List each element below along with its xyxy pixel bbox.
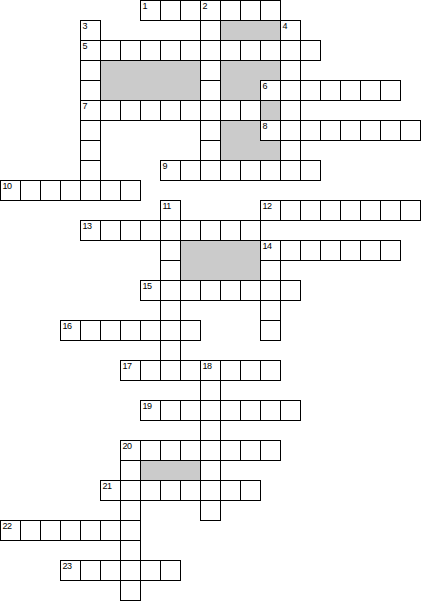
grid-cell[interactable] <box>160 260 181 281</box>
grid-cell[interactable] <box>140 360 161 381</box>
grid-cell[interactable] <box>380 240 401 261</box>
grid-cell[interactable] <box>380 120 401 141</box>
grid-cell[interactable] <box>320 200 341 221</box>
grid-cell[interactable] <box>220 40 241 61</box>
grid-cell[interactable] <box>120 500 141 521</box>
grid-cell[interactable] <box>180 440 201 461</box>
grid-cell[interactable] <box>340 200 361 221</box>
grid-cell[interactable] <box>120 580 141 601</box>
grid-cell[interactable] <box>280 200 301 221</box>
grid-cell[interactable] <box>320 80 341 101</box>
grid-cell[interactable] <box>240 400 261 421</box>
grid-cell[interactable] <box>360 200 381 221</box>
grid-cell[interactable] <box>260 0 281 21</box>
grid-cell[interactable] <box>140 320 161 341</box>
grid-cell[interactable] <box>60 560 81 581</box>
grid-cell[interactable] <box>180 280 201 301</box>
grid-cell[interactable] <box>80 180 101 201</box>
grid-cell[interactable] <box>140 280 161 301</box>
grid-cell[interactable] <box>260 160 281 181</box>
grid-cell[interactable] <box>20 520 41 541</box>
grid-cell[interactable] <box>100 480 121 501</box>
grid-cell[interactable] <box>200 440 221 461</box>
grid-cell[interactable] <box>300 240 321 261</box>
grid-cell[interactable] <box>280 160 301 181</box>
grid-cell[interactable] <box>280 40 301 61</box>
grid-cell[interactable] <box>40 180 61 201</box>
grid-cell[interactable] <box>300 80 321 101</box>
grid-cell[interactable] <box>60 520 81 541</box>
grid-cell[interactable] <box>220 160 241 181</box>
grid-cell[interactable] <box>240 360 261 381</box>
grid-cell[interactable] <box>280 140 301 161</box>
grid-cell[interactable] <box>260 360 281 381</box>
grid-cell[interactable] <box>360 240 381 261</box>
grid-cell[interactable] <box>260 320 281 341</box>
grid-cell[interactable] <box>120 40 141 61</box>
grid-cell[interactable] <box>280 120 301 141</box>
grid-cell[interactable] <box>100 100 121 121</box>
grid-cell[interactable] <box>160 400 181 421</box>
grid-cell[interactable] <box>160 100 181 121</box>
grid-cell[interactable] <box>120 100 141 121</box>
grid-cell[interactable] <box>140 220 161 241</box>
grid-cell[interactable] <box>260 280 281 301</box>
grid-cell[interactable] <box>80 560 101 581</box>
grid-cell[interactable] <box>200 140 221 161</box>
grid-cell[interactable] <box>220 480 241 501</box>
grid-cell[interactable] <box>200 60 221 81</box>
grid-cell[interactable] <box>180 0 201 21</box>
grid-cell[interactable] <box>400 200 421 221</box>
crossword-board: 1234567891011121314151617181920212223 <box>0 0 421 601</box>
grid-cell[interactable] <box>240 40 261 61</box>
grid-cell[interactable] <box>160 240 181 261</box>
grid-cell[interactable] <box>220 0 241 21</box>
grid-cell[interactable] <box>200 360 221 381</box>
picture-clue-placeholder <box>140 460 201 481</box>
grid-cell[interactable] <box>180 160 201 181</box>
grid-cell-shaded[interactable] <box>260 100 281 121</box>
grid-cell[interactable] <box>240 480 261 501</box>
grid-cell[interactable] <box>160 320 181 341</box>
grid-cell[interactable] <box>80 40 101 61</box>
grid-cell[interactable] <box>240 220 261 241</box>
grid-cell[interactable] <box>280 80 301 101</box>
grid-cell[interactable] <box>220 220 241 241</box>
grid-cell[interactable] <box>80 20 101 41</box>
picture-clue-placeholder <box>220 20 281 41</box>
grid-cell[interactable] <box>160 0 181 21</box>
grid-cell[interactable] <box>300 120 321 141</box>
grid-cell[interactable] <box>100 180 121 201</box>
grid-cell[interactable] <box>80 140 101 161</box>
grid-cell[interactable] <box>80 320 101 341</box>
grid-cell[interactable] <box>200 460 221 481</box>
grid-cell[interactable] <box>200 80 221 101</box>
grid-cell[interactable] <box>160 300 181 321</box>
grid-cell[interactable] <box>360 120 381 141</box>
grid-cell[interactable] <box>200 160 221 181</box>
grid-cell[interactable] <box>200 280 221 301</box>
grid-cell[interactable] <box>200 480 221 501</box>
grid-cell[interactable] <box>280 100 301 121</box>
grid-cell[interactable] <box>280 60 301 81</box>
grid-cell[interactable] <box>180 360 201 381</box>
grid-cell[interactable] <box>140 0 161 21</box>
grid-cell[interactable] <box>200 40 221 61</box>
grid-cell[interactable] <box>140 440 161 461</box>
grid-cell[interactable] <box>340 120 361 141</box>
grid-cell[interactable] <box>100 560 121 581</box>
grid-cell[interactable] <box>200 400 221 421</box>
grid-cell[interactable] <box>200 100 221 121</box>
picture-clue-placeholder <box>220 80 261 101</box>
grid-cell[interactable] <box>80 160 101 181</box>
grid-cell[interactable] <box>100 220 121 241</box>
grid-cell[interactable] <box>240 0 261 21</box>
grid-cell[interactable] <box>400 120 421 141</box>
grid-cell[interactable] <box>160 220 181 241</box>
grid-cell[interactable] <box>280 240 301 261</box>
picture-clue-placeholder <box>180 240 261 281</box>
grid-cell[interactable] <box>160 200 181 221</box>
grid-cell[interactable] <box>200 0 221 21</box>
grid-cell[interactable] <box>140 480 161 501</box>
grid-cell[interactable] <box>140 400 161 421</box>
grid-cell[interactable] <box>220 400 241 421</box>
grid-cell[interactable] <box>180 480 201 501</box>
grid-cell[interactable] <box>100 40 121 61</box>
grid-cell[interactable] <box>200 20 221 41</box>
grid-cell[interactable] <box>140 100 161 121</box>
grid-cell[interactable] <box>240 280 261 301</box>
grid-cell[interactable] <box>260 440 281 461</box>
grid-cell[interactable] <box>320 240 341 261</box>
grid-cell[interactable] <box>220 100 241 121</box>
grid-cell[interactable] <box>80 120 101 141</box>
grid-cell[interactable] <box>240 160 261 181</box>
grid-cell[interactable] <box>180 320 201 341</box>
grid-cell[interactable] <box>320 120 341 141</box>
grid-cell[interactable] <box>120 520 141 541</box>
grid-cell[interactable] <box>260 80 281 101</box>
grid-cell[interactable] <box>60 320 81 341</box>
grid-cell[interactable] <box>280 20 301 41</box>
grid-cell[interactable] <box>160 440 181 461</box>
grid-cell[interactable] <box>80 60 101 81</box>
grid-cell[interactable] <box>120 180 141 201</box>
grid-cell[interactable] <box>120 440 141 461</box>
grid-cell[interactable] <box>260 120 281 141</box>
grid-cell[interactable] <box>260 300 281 321</box>
grid-cell[interactable] <box>80 100 101 121</box>
grid-cell[interactable] <box>260 400 281 421</box>
grid-cell[interactable] <box>380 200 401 221</box>
grid-cell[interactable] <box>120 220 141 241</box>
grid-cell[interactable] <box>180 400 201 421</box>
grid-cell[interactable] <box>200 380 221 401</box>
grid-cell[interactable] <box>280 280 301 301</box>
picture-clue-placeholder <box>100 60 201 101</box>
grid-cell[interactable] <box>300 200 321 221</box>
grid-cell[interactable] <box>220 360 241 381</box>
grid-cell[interactable] <box>340 240 361 261</box>
grid-cell[interactable] <box>20 180 41 201</box>
grid-cell[interactable] <box>0 180 21 201</box>
grid-cell[interactable] <box>300 160 321 181</box>
grid-cell[interactable] <box>160 560 181 581</box>
grid-cell[interactable] <box>300 40 321 61</box>
grid-cell[interactable] <box>260 260 281 281</box>
grid-cell[interactable] <box>60 180 81 201</box>
grid-cell[interactable] <box>120 460 141 481</box>
grid-cell[interactable] <box>220 280 241 301</box>
grid-cell[interactable] <box>240 100 261 121</box>
grid-cell[interactable] <box>160 40 181 61</box>
picture-clue-placeholder <box>220 140 281 161</box>
grid-cell[interactable] <box>160 480 181 501</box>
picture-clue-placeholder <box>220 120 261 141</box>
grid-cell[interactable] <box>140 40 161 61</box>
grid-cell[interactable] <box>100 520 121 541</box>
grid-cell[interactable] <box>80 220 101 241</box>
picture-clue-placeholder <box>220 60 281 81</box>
grid-cell[interactable] <box>260 200 281 221</box>
grid-cell[interactable] <box>160 280 181 301</box>
grid-cell[interactable] <box>180 40 201 61</box>
grid-cell[interactable] <box>80 520 101 541</box>
grid-cell[interactable] <box>200 420 221 441</box>
grid-cell[interactable] <box>40 520 61 541</box>
grid-cell[interactable] <box>220 440 241 461</box>
grid-cell[interactable] <box>200 500 221 521</box>
grid-cell[interactable] <box>120 360 141 381</box>
grid-cell[interactable] <box>240 440 261 461</box>
grid-cell[interactable] <box>160 340 181 361</box>
grid-cell[interactable] <box>180 220 201 241</box>
grid-cell[interactable] <box>160 160 181 181</box>
grid-cell[interactable] <box>180 100 201 121</box>
grid-cell[interactable] <box>380 80 401 101</box>
grid-cell[interactable] <box>120 320 141 341</box>
grid-cell[interactable] <box>360 80 381 101</box>
grid-cell[interactable] <box>200 120 221 141</box>
grid-cell[interactable] <box>120 480 141 501</box>
grid-cell[interactable] <box>260 40 281 61</box>
grid-cell[interactable] <box>0 520 21 541</box>
grid-cell[interactable] <box>120 540 141 561</box>
grid-cell[interactable] <box>120 560 141 581</box>
grid-cell[interactable] <box>200 220 221 241</box>
grid-cell[interactable] <box>140 560 161 581</box>
grid-cell[interactable] <box>80 80 101 101</box>
grid-cell[interactable] <box>260 240 281 261</box>
grid-cell[interactable] <box>100 320 121 341</box>
grid-cell[interactable] <box>280 400 301 421</box>
grid-cell[interactable] <box>340 80 361 101</box>
grid-cell[interactable] <box>160 360 181 381</box>
